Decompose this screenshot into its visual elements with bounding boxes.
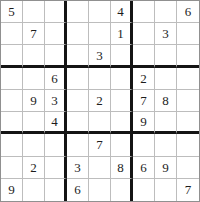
cell-r4c3[interactable]: 6 bbox=[45, 68, 67, 90]
given-digit: 6 bbox=[140, 161, 147, 174]
cell-r2c6[interactable]: 1 bbox=[111, 23, 133, 45]
cell-r3c2[interactable] bbox=[23, 45, 45, 67]
given-digit: 9 bbox=[30, 94, 37, 107]
cell-r4c6[interactable] bbox=[111, 68, 133, 90]
cell-r9c4[interactable]: 6 bbox=[67, 179, 89, 201]
given-digit: 5 bbox=[8, 5, 15, 18]
given-digit: 9 bbox=[140, 115, 147, 128]
given-digit: 9 bbox=[8, 183, 15, 196]
cell-r4c7[interactable]: 2 bbox=[133, 68, 155, 90]
cell-r7c3[interactable] bbox=[45, 134, 67, 156]
cell-r3c1[interactable] bbox=[1, 45, 23, 67]
cell-r5c4[interactable] bbox=[67, 90, 89, 112]
cell-r2c7[interactable] bbox=[133, 23, 155, 45]
cell-r6c6[interactable] bbox=[111, 112, 133, 134]
cell-r7c4[interactable] bbox=[67, 134, 89, 156]
cell-r6c9[interactable] bbox=[177, 112, 199, 134]
cell-r1c9[interactable]: 6 bbox=[177, 1, 199, 23]
cell-r7c9[interactable] bbox=[177, 134, 199, 156]
cell-r8c8[interactable]: 9 bbox=[155, 157, 177, 179]
cell-r8c5[interactable] bbox=[89, 157, 111, 179]
given-digit: 2 bbox=[140, 72, 147, 85]
given-digit: 3 bbox=[74, 161, 81, 174]
cell-r1c5[interactable] bbox=[89, 1, 111, 23]
given-digit: 9 bbox=[162, 161, 169, 174]
cell-r9c9[interactable]: 7 bbox=[177, 179, 199, 201]
cell-r9c5[interactable] bbox=[89, 179, 111, 201]
cell-r2c3[interactable] bbox=[45, 23, 67, 45]
given-digit: 8 bbox=[162, 94, 169, 107]
cell-r9c3[interactable] bbox=[45, 179, 67, 201]
cell-r1c6[interactable]: 4 bbox=[111, 1, 133, 23]
cell-r3c3[interactable] bbox=[45, 45, 67, 67]
cell-r6c7[interactable]: 9 bbox=[133, 112, 155, 134]
cell-r1c3[interactable] bbox=[45, 1, 67, 23]
cell-r3c5[interactable]: 3 bbox=[89, 45, 111, 67]
cell-r8c9[interactable] bbox=[177, 157, 199, 179]
cell-r3c7[interactable] bbox=[133, 45, 155, 67]
cell-r4c1[interactable] bbox=[1, 68, 23, 90]
cell-r6c3[interactable]: 4 bbox=[45, 112, 67, 134]
cell-r7c8[interactable] bbox=[155, 134, 177, 156]
given-digit: 6 bbox=[185, 5, 192, 18]
cell-r5c9[interactable] bbox=[177, 90, 199, 112]
given-digit: 3 bbox=[51, 94, 58, 107]
cell-r3c8[interactable] bbox=[155, 45, 177, 67]
cell-r6c1[interactable] bbox=[1, 112, 23, 134]
cell-r5c3[interactable]: 3 bbox=[45, 90, 67, 112]
cell-r6c2[interactable] bbox=[23, 112, 45, 134]
cell-r2c1[interactable] bbox=[1, 23, 23, 45]
cell-r4c8[interactable] bbox=[155, 68, 177, 90]
cell-r7c1[interactable] bbox=[1, 134, 23, 156]
cell-r2c9[interactable] bbox=[177, 23, 199, 45]
given-digit: 7 bbox=[185, 183, 192, 196]
cell-r9c7[interactable] bbox=[133, 179, 155, 201]
cell-r8c1[interactable] bbox=[1, 157, 23, 179]
cell-r5c1[interactable] bbox=[1, 90, 23, 112]
given-digit: 2 bbox=[30, 161, 37, 174]
cell-r5c2[interactable]: 9 bbox=[23, 90, 45, 112]
cell-r5c7[interactable]: 7 bbox=[133, 90, 155, 112]
cell-r7c6[interactable] bbox=[111, 134, 133, 156]
given-digit: 6 bbox=[74, 183, 81, 196]
cell-r8c3[interactable] bbox=[45, 157, 67, 179]
cell-r4c2[interactable] bbox=[23, 68, 45, 90]
cell-r2c8[interactable]: 3 bbox=[155, 23, 177, 45]
cell-r3c9[interactable] bbox=[177, 45, 199, 67]
cell-r8c6[interactable]: 8 bbox=[111, 157, 133, 179]
cell-r9c6[interactable] bbox=[111, 179, 133, 201]
cell-r1c1[interactable]: 5 bbox=[1, 1, 23, 23]
cell-r1c7[interactable] bbox=[133, 1, 155, 23]
given-digit: 1 bbox=[117, 27, 124, 40]
cell-r9c8[interactable] bbox=[155, 179, 177, 201]
cell-r6c4[interactable] bbox=[67, 112, 89, 134]
cell-r1c4[interactable] bbox=[67, 1, 89, 23]
cell-r1c8[interactable] bbox=[155, 1, 177, 23]
sudoku-board: 5467133629327849723869967 bbox=[0, 0, 200, 202]
given-digit: 7 bbox=[96, 138, 103, 151]
cell-r7c2[interactable] bbox=[23, 134, 45, 156]
cell-r5c5[interactable]: 2 bbox=[89, 90, 111, 112]
cell-r3c4[interactable] bbox=[67, 45, 89, 67]
given-digit: 3 bbox=[96, 49, 103, 62]
cell-r8c2[interactable]: 2 bbox=[23, 157, 45, 179]
cell-r4c9[interactable] bbox=[177, 68, 199, 90]
cell-r8c4[interactable]: 3 bbox=[67, 157, 89, 179]
cell-r9c1[interactable]: 9 bbox=[1, 179, 23, 201]
cell-r9c2[interactable] bbox=[23, 179, 45, 201]
given-digit: 4 bbox=[117, 5, 124, 18]
cell-r1c2[interactable] bbox=[23, 1, 45, 23]
cell-r8c7[interactable]: 6 bbox=[133, 157, 155, 179]
given-digit: 6 bbox=[51, 72, 58, 85]
given-digit: 2 bbox=[96, 94, 103, 107]
cell-r2c2[interactable]: 7 bbox=[23, 23, 45, 45]
cell-r4c4[interactable] bbox=[67, 68, 89, 90]
given-digit: 7 bbox=[30, 27, 37, 40]
cell-r6c8[interactable] bbox=[155, 112, 177, 134]
cell-r6c5[interactable] bbox=[89, 112, 111, 134]
cell-r7c5[interactable]: 7 bbox=[89, 134, 111, 156]
cell-r5c6[interactable] bbox=[111, 90, 133, 112]
cell-r7c7[interactable] bbox=[133, 134, 155, 156]
given-digit: 3 bbox=[162, 27, 169, 40]
given-digit: 7 bbox=[140, 94, 147, 107]
cell-r3c6[interactable] bbox=[111, 45, 133, 67]
cell-r2c4[interactable] bbox=[67, 23, 89, 45]
given-digit: 8 bbox=[117, 161, 124, 174]
given-digit: 4 bbox=[51, 115, 58, 128]
cell-r4c5[interactable] bbox=[89, 68, 111, 90]
cell-r5c8[interactable]: 8 bbox=[155, 90, 177, 112]
cell-r2c5[interactable] bbox=[89, 23, 111, 45]
